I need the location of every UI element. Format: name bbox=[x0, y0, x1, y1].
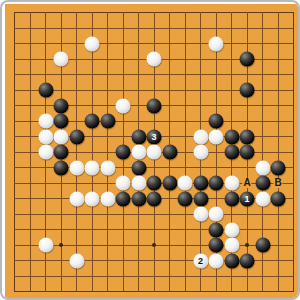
white-stone bbox=[38, 145, 53, 160]
white-stone bbox=[85, 160, 100, 175]
white-stone bbox=[209, 129, 224, 144]
white-stone bbox=[224, 238, 239, 253]
star-point bbox=[152, 243, 156, 247]
star-point bbox=[245, 243, 249, 247]
white-stone bbox=[85, 36, 100, 51]
star-point bbox=[59, 243, 63, 247]
white-stone bbox=[255, 160, 270, 175]
grid-line-vertical bbox=[185, 12, 186, 292]
point-label-A[interactable]: A bbox=[242, 178, 251, 188]
white-stone bbox=[100, 160, 115, 175]
black-stone bbox=[131, 129, 146, 144]
black-stone bbox=[224, 129, 239, 144]
black-stone bbox=[193, 191, 208, 206]
black-stone bbox=[209, 176, 224, 191]
white-stone bbox=[193, 145, 208, 160]
go-board[interactable]: 312AB bbox=[2, 2, 300, 300]
grid-line-vertical bbox=[278, 12, 279, 292]
black-stone-move-3: 3 bbox=[147, 129, 162, 144]
grid-line-horizontal bbox=[14, 291, 294, 292]
black-stone bbox=[271, 160, 286, 175]
black-stone-move-1: 1 bbox=[240, 191, 255, 206]
white-stone bbox=[38, 129, 53, 144]
white-stone bbox=[193, 129, 208, 144]
white-stone bbox=[209, 207, 224, 222]
white-stone bbox=[85, 191, 100, 206]
black-stone bbox=[100, 114, 115, 129]
black-stone bbox=[131, 160, 146, 175]
grid-line-horizontal bbox=[14, 229, 294, 230]
white-stone bbox=[178, 176, 193, 191]
grid-line-vertical bbox=[293, 12, 294, 292]
white-stone bbox=[54, 129, 69, 144]
black-stone bbox=[147, 98, 162, 113]
white-stone bbox=[131, 145, 146, 160]
black-stone bbox=[131, 191, 146, 206]
black-stone bbox=[193, 176, 208, 191]
white-stone bbox=[38, 238, 53, 253]
white-stone bbox=[69, 191, 84, 206]
black-stone bbox=[178, 191, 193, 206]
black-stone bbox=[116, 145, 131, 160]
black-stone bbox=[69, 129, 84, 144]
white-stone-move-2: 2 bbox=[193, 253, 208, 268]
black-stone bbox=[240, 83, 255, 98]
black-stone bbox=[38, 83, 53, 98]
black-stone bbox=[147, 176, 162, 191]
black-stone bbox=[54, 160, 69, 175]
black-stone bbox=[209, 114, 224, 129]
grid-line-horizontal bbox=[14, 214, 294, 215]
black-stone bbox=[240, 129, 255, 144]
white-stone bbox=[224, 176, 239, 191]
black-stone bbox=[147, 191, 162, 206]
black-stone bbox=[85, 114, 100, 129]
black-stone bbox=[54, 145, 69, 160]
white-stone bbox=[69, 253, 84, 268]
white-stone bbox=[224, 222, 239, 237]
black-stone bbox=[54, 114, 69, 129]
black-stone bbox=[240, 52, 255, 67]
white-stone bbox=[193, 207, 208, 222]
black-stone bbox=[255, 176, 270, 191]
white-stone bbox=[54, 52, 69, 67]
go-app-window: 312AB bbox=[0, 0, 300, 300]
white-stone bbox=[209, 253, 224, 268]
white-stone bbox=[69, 160, 84, 175]
black-stone bbox=[224, 145, 239, 160]
black-stone bbox=[271, 191, 286, 206]
black-stone bbox=[162, 176, 177, 191]
white-stone bbox=[131, 176, 146, 191]
black-stone bbox=[224, 253, 239, 268]
black-stone bbox=[209, 222, 224, 237]
black-stone bbox=[54, 98, 69, 113]
grid-line-horizontal bbox=[14, 276, 294, 277]
black-stone bbox=[209, 238, 224, 253]
black-stone bbox=[255, 238, 270, 253]
white-stone bbox=[147, 52, 162, 67]
point-label-B[interactable]: B bbox=[273, 178, 282, 188]
black-stone bbox=[162, 145, 177, 160]
white-stone bbox=[100, 191, 115, 206]
white-stone bbox=[116, 176, 131, 191]
white-stone bbox=[147, 145, 162, 160]
black-stone bbox=[224, 191, 239, 206]
white-stone bbox=[209, 36, 224, 51]
white-stone bbox=[38, 114, 53, 129]
white-stone bbox=[255, 191, 270, 206]
black-stone bbox=[240, 145, 255, 160]
black-stone bbox=[116, 191, 131, 206]
black-stone bbox=[240, 253, 255, 268]
white-stone bbox=[116, 98, 131, 113]
